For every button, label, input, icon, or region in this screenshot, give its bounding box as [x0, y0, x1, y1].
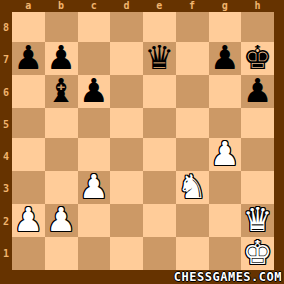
square-a7[interactable]: ♟: [12, 42, 45, 75]
file-label-g: g: [209, 0, 242, 12]
file-label-e: e: [143, 0, 176, 12]
square-h1[interactable]: ♚: [241, 237, 274, 270]
square-d5[interactable]: [110, 108, 143, 138]
piece-black-pawn-g7[interactable]: ♟: [210, 41, 240, 74]
square-d7[interactable]: [110, 42, 143, 75]
piece-black-pawn-c6[interactable]: ♟: [79, 74, 109, 107]
file-labels: abcdefgh: [12, 0, 274, 12]
piece-white-king-h1[interactable]: ♚: [243, 236, 273, 269]
file-label-c: c: [78, 0, 111, 12]
square-b6[interactable]: ♝: [45, 75, 78, 108]
square-e5[interactable]: [143, 108, 176, 138]
square-c3[interactable]: ♟: [78, 171, 111, 204]
square-g7[interactable]: ♟: [209, 42, 242, 75]
square-h4[interactable]: [241, 138, 274, 171]
square-d8[interactable]: [110, 12, 143, 42]
chess-board: ♟♟♛♟♚♝♟♟♟♟♞♟♟♛♚: [12, 12, 274, 270]
square-c8[interactable]: [78, 12, 111, 42]
square-c1[interactable]: [78, 237, 111, 270]
square-h5[interactable]: [241, 108, 274, 138]
square-a6[interactable]: [12, 75, 45, 108]
square-a2[interactable]: ♟: [12, 204, 45, 237]
square-f8[interactable]: [176, 12, 209, 42]
square-d1[interactable]: [110, 237, 143, 270]
square-a1[interactable]: [12, 237, 45, 270]
file-label-f: f: [176, 0, 209, 12]
piece-white-queen-h2[interactable]: ♛: [243, 203, 273, 236]
rank-label-5: 5: [0, 109, 12, 141]
square-g4[interactable]: ♟: [209, 138, 242, 171]
square-e3[interactable]: [143, 171, 176, 204]
square-b5[interactable]: [45, 108, 78, 138]
square-a4[interactable]: [12, 138, 45, 171]
square-b1[interactable]: [45, 237, 78, 270]
rank-label-3: 3: [0, 173, 12, 205]
rank-label-2: 2: [0, 206, 12, 238]
square-c6[interactable]: ♟: [78, 75, 111, 108]
square-e2[interactable]: [143, 204, 176, 237]
square-g2[interactable]: [209, 204, 242, 237]
square-e1[interactable]: [143, 237, 176, 270]
square-d2[interactable]: [110, 204, 143, 237]
square-h6[interactable]: ♟: [241, 75, 274, 108]
rank-label-6: 6: [0, 77, 12, 109]
file-label-h: h: [241, 0, 274, 12]
square-d4[interactable]: [110, 138, 143, 171]
piece-black-pawn-b7[interactable]: ♟: [46, 41, 76, 74]
piece-white-pawn-c3[interactable]: ♟: [79, 170, 109, 203]
square-a5[interactable]: [12, 108, 45, 138]
piece-black-pawn-h6[interactable]: ♟: [243, 74, 273, 107]
rank-labels: 87654321: [0, 12, 12, 270]
square-f5[interactable]: [176, 108, 209, 138]
piece-white-knight-f3[interactable]: ♞: [177, 170, 207, 203]
square-f1[interactable]: [176, 237, 209, 270]
square-b4[interactable]: [45, 138, 78, 171]
chessgames-watermark: CHESSGAMES.COM: [174, 270, 282, 284]
square-f7[interactable]: [176, 42, 209, 75]
rank-label-1: 1: [0, 238, 12, 270]
chess-diagram: abcdefgh 87654321 ♟♟♛♟♚♝♟♟♟♟♞♟♟♛♚ CHESSG…: [0, 0, 284, 284]
piece-black-queen-e7[interactable]: ♛: [145, 41, 175, 74]
piece-black-king-h7[interactable]: ♚: [243, 41, 273, 74]
square-d6[interactable]: [110, 75, 143, 108]
square-g6[interactable]: [209, 75, 242, 108]
square-f6[interactable]: [176, 75, 209, 108]
square-c5[interactable]: [78, 108, 111, 138]
piece-white-pawn-a2[interactable]: ♟: [14, 203, 44, 236]
square-g3[interactable]: [209, 171, 242, 204]
square-f2[interactable]: [176, 204, 209, 237]
square-d3[interactable]: [110, 171, 143, 204]
rank-label-4: 4: [0, 141, 12, 173]
piece-white-pawn-b2[interactable]: ♟: [46, 203, 76, 236]
file-label-b: b: [45, 0, 78, 12]
piece-white-pawn-g4[interactable]: ♟: [210, 137, 240, 170]
square-b2[interactable]: ♟: [45, 204, 78, 237]
rank-label-7: 7: [0, 44, 12, 76]
square-g1[interactable]: [209, 237, 242, 270]
square-f3[interactable]: ♞: [176, 171, 209, 204]
rank-label-8: 8: [0, 12, 12, 44]
piece-black-bishop-b6[interactable]: ♝: [46, 74, 76, 107]
file-label-d: d: [110, 0, 143, 12]
piece-black-pawn-a7[interactable]: ♟: [14, 41, 44, 74]
square-c2[interactable]: [78, 204, 111, 237]
file-label-a: a: [12, 0, 45, 12]
square-e7[interactable]: ♛: [143, 42, 176, 75]
square-e4[interactable]: [143, 138, 176, 171]
square-e6[interactable]: [143, 75, 176, 108]
